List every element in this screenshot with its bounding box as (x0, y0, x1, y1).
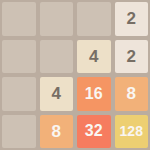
tile-4-r3c2: 4 (40, 77, 74, 111)
tile-2-r2c4: 2 (115, 40, 149, 74)
tile-8-r3c4: 8 (115, 77, 149, 111)
empty-cell-r1c2 (40, 2, 74, 36)
tile-4-r2c3: 4 (77, 40, 111, 74)
tile-128-r4c4: 128 (115, 115, 149, 149)
empty-cell-r4c1 (2, 115, 36, 149)
empty-cell-r2c1 (2, 40, 36, 74)
tile-8-r4c2: 8 (40, 115, 74, 149)
empty-cell-r1c3 (77, 2, 111, 36)
tile-16-r3c3: 16 (77, 77, 111, 111)
empty-cell-r2c2 (40, 40, 74, 74)
tile-32-r4c3: 32 (77, 115, 111, 149)
tile-2-r1c4: 2 (115, 2, 149, 36)
empty-cell-r3c1 (2, 77, 36, 111)
2048-board[interactable]: 2424168832128 (0, 0, 150, 150)
empty-cell-r1c1 (2, 2, 36, 36)
